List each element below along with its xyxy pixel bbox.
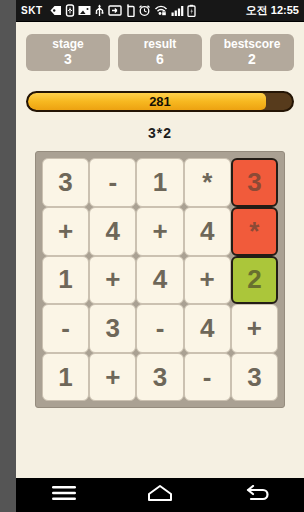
cell-r2c2[interactable]: 4: [136, 256, 183, 305]
cell-r0c4[interactable]: 3: [231, 158, 278, 207]
cell-r3c0[interactable]: -: [42, 304, 89, 353]
cell-r0c1[interactable]: -: [89, 158, 136, 207]
back-icon: [242, 485, 270, 505]
usb-connected-icon: [65, 4, 75, 17]
navigation-bar: [16, 478, 304, 512]
signal-strength-icon: [171, 4, 184, 17]
cell-r1c4[interactable]: *: [231, 207, 278, 256]
cell-r2c1[interactable]: +: [89, 256, 136, 305]
puzzle-board: 3-1*3+4+4*1+4+2-3-4+1+3-3: [35, 151, 285, 408]
app-screen: SKT 오전 12:55 stage 3 result 6 bestscore …: [16, 0, 304, 512]
screenshot-icon: [78, 4, 91, 17]
cell-r4c2[interactable]: 3: [136, 353, 183, 402]
alarm-icon: [138, 4, 151, 17]
home-icon: [146, 484, 174, 506]
puzzle-grid: 3-1*3+4+4*1+4+2-3-4+1+3-3: [42, 158, 278, 401]
back-button[interactable]: [208, 478, 304, 512]
carrier-label: SKT: [21, 5, 43, 16]
stage-value: 3: [26, 51, 110, 67]
cell-r0c0[interactable]: 3: [42, 158, 89, 207]
cell-r2c4[interactable]: 2: [231, 256, 278, 305]
cell-r2c0[interactable]: 1: [42, 256, 89, 305]
bestscore-box: bestscore 2: [210, 34, 294, 71]
result-label: result: [118, 37, 202, 51]
bestscore-value: 2: [210, 51, 294, 67]
cell-r2c3[interactable]: +: [184, 256, 231, 305]
scoreboard: stage 3 result 6 bestscore 2: [26, 34, 294, 71]
bestscore-label: bestscore: [210, 37, 294, 51]
menu-icon: [51, 485, 77, 505]
status-icons: [49, 4, 196, 17]
label-icon: [49, 4, 62, 17]
current-expression: 3*2: [16, 125, 304, 141]
menu-button[interactable]: [16, 478, 112, 512]
stage-label: stage: [26, 37, 110, 51]
battery-charging-icon: [187, 4, 196, 17]
screen-capture-icon: [108, 4, 122, 17]
stage-box: stage 3: [26, 34, 110, 71]
cell-r1c1[interactable]: 4: [89, 207, 136, 256]
cell-r3c4[interactable]: +: [231, 304, 278, 353]
timer-value: 281: [28, 93, 292, 110]
cell-r3c3[interactable]: 4: [184, 304, 231, 353]
cell-r1c3[interactable]: 4: [184, 207, 231, 256]
cell-r4c0[interactable]: 1: [42, 353, 89, 402]
cell-r4c1[interactable]: +: [89, 353, 136, 402]
cell-r3c2[interactable]: -: [136, 304, 183, 353]
cell-r4c3[interactable]: -: [184, 353, 231, 402]
status-bar: SKT 오전 12:55: [16, 0, 304, 22]
cell-r0c2[interactable]: 1: [136, 158, 183, 207]
home-button[interactable]: [112, 478, 208, 512]
usb-icon: [94, 4, 105, 17]
phone-icon: [125, 4, 135, 17]
cell-r0c3[interactable]: *: [184, 158, 231, 207]
timer-progress-bar: 281: [26, 91, 294, 112]
cell-r3c1[interactable]: 3: [89, 304, 136, 353]
status-time: 오전 12:55: [246, 3, 299, 18]
cell-r1c2[interactable]: +: [136, 207, 183, 256]
result-value: 6: [118, 51, 202, 67]
cell-r4c4[interactable]: 3: [231, 353, 278, 402]
wifi-secured-icon: [154, 4, 168, 17]
result-box: result 6: [118, 34, 202, 71]
cell-r1c0[interactable]: +: [42, 207, 89, 256]
